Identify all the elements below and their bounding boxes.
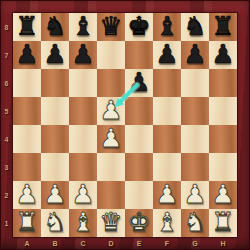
square-a1[interactable]: ♜: [13, 209, 41, 237]
piece-white-king[interactable]: ♚: [127, 208, 150, 236]
file-label-g: G: [181, 237, 209, 250]
rank-label-1: 1: [0, 209, 13, 237]
square-d7[interactable]: [97, 41, 125, 69]
square-e6[interactable]: ♟: [125, 69, 153, 97]
square-g3[interactable]: [181, 153, 209, 181]
file-label-e: E: [125, 237, 153, 250]
square-d1[interactable]: ♛: [97, 209, 125, 237]
file-label-d: D: [97, 237, 125, 250]
piece-black-pawn[interactable]: ♟: [127, 68, 150, 96]
chess-board: ♜♞♝♛♚♝♞♜♟♟♟♟♟♟♟♟♟♟♟♟♟♟♟♜♞♝♛♚♝♞♜: [13, 13, 237, 237]
square-h4[interactable]: [209, 125, 237, 153]
piece-black-pawn[interactable]: ♟: [15, 40, 38, 68]
rank-label-4: 4: [0, 125, 13, 153]
square-a3[interactable]: [13, 153, 41, 181]
square-d5[interactable]: ♟: [97, 97, 125, 125]
square-g5[interactable]: [181, 97, 209, 125]
piece-white-pawn[interactable]: ♟: [211, 180, 234, 208]
piece-black-rook[interactable]: ♜: [211, 12, 234, 40]
piece-black-bishop[interactable]: ♝: [71, 12, 94, 40]
square-e7[interactable]: [125, 41, 153, 69]
piece-white-knight[interactable]: ♞: [183, 208, 206, 236]
square-d4[interactable]: ♟: [97, 125, 125, 153]
piece-black-pawn[interactable]: ♟: [183, 40, 206, 68]
square-d8[interactable]: ♛: [97, 13, 125, 41]
square-d6[interactable]: [97, 69, 125, 97]
square-h3[interactable]: [209, 153, 237, 181]
square-c1[interactable]: ♝: [69, 209, 97, 237]
square-g4[interactable]: [181, 125, 209, 153]
square-b8[interactable]: ♞: [41, 13, 69, 41]
piece-black-pawn[interactable]: ♟: [43, 40, 66, 68]
piece-black-pawn[interactable]: ♟: [211, 40, 234, 68]
piece-black-pawn[interactable]: ♟: [71, 40, 94, 68]
square-h6[interactable]: [209, 69, 237, 97]
rank-label-3: 3: [0, 153, 13, 181]
piece-white-pawn[interactable]: ♟: [43, 180, 66, 208]
square-e5[interactable]: [125, 97, 153, 125]
square-h7[interactable]: ♟: [209, 41, 237, 69]
piece-black-king[interactable]: ♚: [127, 12, 150, 40]
square-d2[interactable]: [97, 181, 125, 209]
file-label-a: A: [13, 237, 41, 250]
file-label-f: F: [153, 237, 181, 250]
square-b5[interactable]: [41, 97, 69, 125]
square-e8[interactable]: ♚: [125, 13, 153, 41]
piece-black-bishop[interactable]: ♝: [155, 12, 178, 40]
square-f7[interactable]: ♟: [153, 41, 181, 69]
rank-label-2: 2: [0, 181, 13, 209]
square-h1[interactable]: ♜: [209, 209, 237, 237]
square-f5[interactable]: [153, 97, 181, 125]
square-f1[interactable]: ♝: [153, 209, 181, 237]
square-c5[interactable]: [69, 97, 97, 125]
piece-black-knight[interactable]: ♞: [183, 12, 206, 40]
square-a5[interactable]: [13, 97, 41, 125]
rank-label-5: 5: [0, 97, 13, 125]
square-a6[interactable]: [13, 69, 41, 97]
file-label-h: H: [209, 237, 237, 250]
piece-white-rook[interactable]: ♜: [211, 208, 234, 236]
square-e2[interactable]: [125, 181, 153, 209]
square-f3[interactable]: [153, 153, 181, 181]
square-e3[interactable]: [125, 153, 153, 181]
square-a4[interactable]: [13, 125, 41, 153]
square-g6[interactable]: [181, 69, 209, 97]
square-h8[interactable]: ♜: [209, 13, 237, 41]
square-c6[interactable]: [69, 69, 97, 97]
square-g1[interactable]: ♞: [181, 209, 209, 237]
square-c4[interactable]: [69, 125, 97, 153]
square-c2[interactable]: ♟: [69, 181, 97, 209]
rank-label-6: 6: [0, 69, 13, 97]
file-label-c: C: [69, 237, 97, 250]
square-e1[interactable]: ♚: [125, 209, 153, 237]
piece-white-pawn[interactable]: ♟: [155, 180, 178, 208]
square-c3[interactable]: [69, 153, 97, 181]
piece-white-bishop[interactable]: ♝: [71, 208, 94, 236]
piece-white-pawn[interactable]: ♟: [183, 180, 206, 208]
square-a2[interactable]: ♟: [13, 181, 41, 209]
file-label-b: B: [41, 237, 69, 250]
square-f4[interactable]: [153, 125, 181, 153]
piece-white-pawn[interactable]: ♟: [71, 180, 94, 208]
piece-white-queen[interactable]: ♛: [99, 208, 122, 236]
chess-app: ♜♞♝♛♚♝♞♜♟♟♟♟♟♟♟♟♟♟♟♟♟♟♟♜♞♝♛♚♝♞♜ 87654321…: [0, 0, 250, 250]
square-b7[interactable]: ♟: [41, 41, 69, 69]
piece-white-knight[interactable]: ♞: [43, 208, 66, 236]
square-c7[interactable]: ♟: [69, 41, 97, 69]
piece-white-pawn[interactable]: ♟: [15, 180, 38, 208]
square-f6[interactable]: [153, 69, 181, 97]
square-h5[interactable]: [209, 97, 237, 125]
square-a7[interactable]: ♟: [13, 41, 41, 69]
piece-white-pawn[interactable]: ♟: [99, 96, 122, 124]
square-b3[interactable]: [41, 153, 69, 181]
piece-black-queen[interactable]: ♛: [99, 12, 122, 40]
piece-black-pawn[interactable]: ♟: [155, 40, 178, 68]
square-c8[interactable]: ♝: [69, 13, 97, 41]
square-b2[interactable]: ♟: [41, 181, 69, 209]
square-g2[interactable]: ♟: [181, 181, 209, 209]
square-d3[interactable]: [97, 153, 125, 181]
square-e4[interactable]: [125, 125, 153, 153]
piece-white-bishop[interactable]: ♝: [155, 208, 178, 236]
piece-black-knight[interactable]: ♞: [43, 12, 66, 40]
rank-label-8: 8: [0, 13, 13, 41]
rank-label-7: 7: [0, 41, 13, 69]
piece-white-pawn[interactable]: ♟: [99, 124, 122, 152]
piece-white-rook[interactable]: ♜: [15, 208, 38, 236]
piece-black-rook[interactable]: ♜: [15, 12, 38, 40]
square-f8[interactable]: ♝: [153, 13, 181, 41]
square-g8[interactable]: ♞: [181, 13, 209, 41]
square-a8[interactable]: ♜: [13, 13, 41, 41]
square-f2[interactable]: ♟: [153, 181, 181, 209]
square-g7[interactable]: ♟: [181, 41, 209, 69]
square-b4[interactable]: [41, 125, 69, 153]
square-b6[interactable]: [41, 69, 69, 97]
square-b1[interactable]: ♞: [41, 209, 69, 237]
square-h2[interactable]: ♟: [209, 181, 237, 209]
